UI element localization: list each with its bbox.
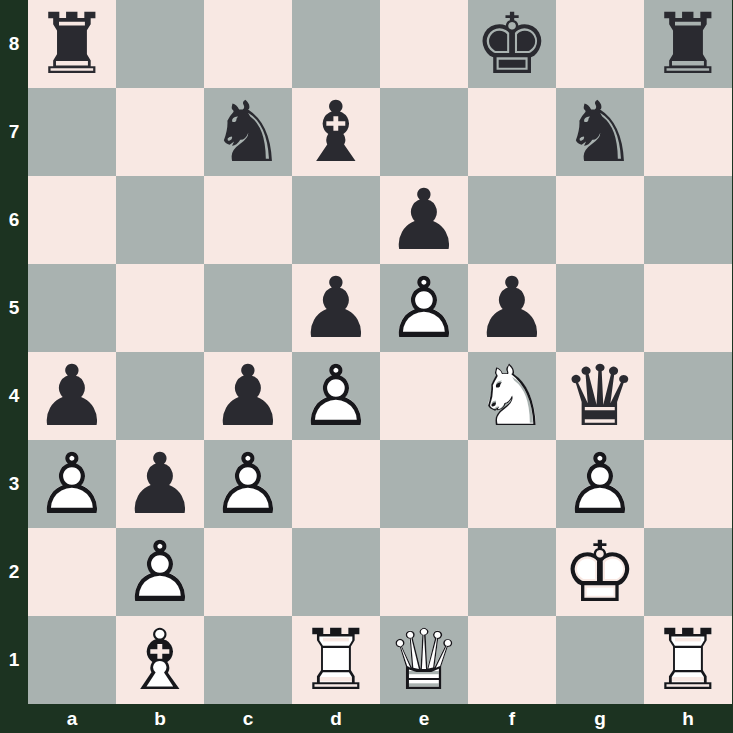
pawn-glyph: ♟ [116,440,204,528]
file-label-e: e [380,704,468,733]
square-e8[interactable] [380,0,468,88]
rook-glyph: ♜ [644,0,732,88]
piece-black-bishop[interactable]: ♝ [292,88,380,176]
queen-glyph: ♛ [556,352,644,440]
square-d7[interactable]: ♝ [292,88,380,176]
bishop-glyph: ♝ [292,88,380,176]
knight-glyph: ♞ [204,88,292,176]
square-a4[interactable]: ♟ [28,352,116,440]
pawn-outline-glyph: ♙ [116,528,204,616]
pawn-outline-glyph: ♙ [380,264,468,352]
square-e6[interactable]: ♟ [380,176,468,264]
piece-white-pawn[interactable]: ♟♙ [28,440,116,528]
square-g6[interactable] [556,176,644,264]
square-f3[interactable] [468,440,556,528]
queen-outline-glyph: ♕ [380,616,468,704]
square-f5[interactable]: ♟ [468,264,556,352]
square-d1[interactable]: ♜♖ [292,616,380,704]
chess-diagram: 87654321 ♜♚♜♞♝♞♟♟♟♙♟♟♟♟♙♞♘♛♟♙♟♟♙♟♙♟♙♚♔♝♗… [0,0,733,733]
piece-white-rook[interactable]: ♜♖ [292,616,380,704]
pawn-glyph: ♟ [204,352,292,440]
piece-white-pawn[interactable]: ♟♙ [380,264,468,352]
knight-glyph: ♞ [556,88,644,176]
square-a6[interactable] [28,176,116,264]
file-label-a: a [28,704,116,733]
piece-black-pawn[interactable]: ♟ [292,264,380,352]
square-c7[interactable]: ♞ [204,88,292,176]
square-h3[interactable] [644,440,732,528]
file-label-f: f [468,704,556,733]
square-c8[interactable] [204,0,292,88]
king-glyph: ♚ [468,0,556,88]
file-label-h: h [644,704,732,733]
piece-black-knight[interactable]: ♞ [204,88,292,176]
square-e4[interactable] [380,352,468,440]
rank-label-2: 2 [0,528,28,616]
square-a7[interactable] [28,88,116,176]
square-d4[interactable]: ♟♙ [292,352,380,440]
piece-white-knight[interactable]: ♞♘ [468,352,556,440]
piece-white-pawn[interactable]: ♟♙ [556,440,644,528]
king-outline-glyph: ♔ [556,528,644,616]
square-d8[interactable] [292,0,380,88]
file-label-g: g [556,704,644,733]
square-f7[interactable] [468,88,556,176]
board: ♜♚♜♞♝♞♟♟♟♙♟♟♟♟♙♞♘♛♟♙♟♟♙♟♙♟♙♚♔♝♗♜♖♛♕♜♖ [28,0,732,704]
piece-white-pawn[interactable]: ♟♙ [116,528,204,616]
pawn-outline-glyph: ♙ [292,352,380,440]
rank-label-8: 8 [0,0,28,88]
rook-glyph: ♜ [28,0,116,88]
piece-white-king[interactable]: ♚♔ [556,528,644,616]
piece-white-pawn[interactable]: ♟♙ [204,440,292,528]
square-e1[interactable]: ♛♕ [380,616,468,704]
rook-outline-glyph: ♖ [644,616,732,704]
square-b3[interactable]: ♟ [116,440,204,528]
square-g2[interactable]: ♚♔ [556,528,644,616]
piece-black-pawn[interactable]: ♟ [116,440,204,528]
piece-black-queen[interactable]: ♛ [556,352,644,440]
piece-black-pawn[interactable]: ♟ [204,352,292,440]
rank-label-1: 1 [0,616,28,704]
pawn-glyph: ♟ [292,264,380,352]
square-f8[interactable]: ♚ [468,0,556,88]
square-e3[interactable] [380,440,468,528]
square-g4[interactable]: ♛ [556,352,644,440]
square-b5[interactable] [116,264,204,352]
piece-black-pawn[interactable]: ♟ [28,352,116,440]
square-g5[interactable] [556,264,644,352]
square-a3[interactable]: ♟♙ [28,440,116,528]
file-label-b: b [116,704,204,733]
square-d5[interactable]: ♟ [292,264,380,352]
pawn-glyph: ♟ [468,264,556,352]
square-c1[interactable] [204,616,292,704]
square-h4[interactable] [644,352,732,440]
file-label-d: d [292,704,380,733]
piece-white-pawn[interactable]: ♟♙ [292,352,380,440]
square-b8[interactable] [116,0,204,88]
rank-label-4: 4 [0,352,28,440]
rank-label-7: 7 [0,88,28,176]
square-e7[interactable] [380,88,468,176]
pawn-glyph: ♟ [28,352,116,440]
file-label-c: c [204,704,292,733]
square-h7[interactable] [644,88,732,176]
square-h1[interactable]: ♜♖ [644,616,732,704]
square-b6[interactable] [116,176,204,264]
rank-label-5: 5 [0,264,28,352]
square-g8[interactable] [556,0,644,88]
square-c4[interactable]: ♟ [204,352,292,440]
square-d3[interactable] [292,440,380,528]
square-a8[interactable]: ♜ [28,0,116,88]
square-h2[interactable] [644,528,732,616]
pawn-outline-glyph: ♙ [556,440,644,528]
rank-label-6: 6 [0,176,28,264]
piece-white-bishop[interactable]: ♝♗ [116,616,204,704]
square-a5[interactable] [28,264,116,352]
square-b4[interactable] [116,352,204,440]
rook-outline-glyph: ♖ [292,616,380,704]
piece-black-pawn[interactable]: ♟ [380,176,468,264]
square-h8[interactable]: ♜ [644,0,732,88]
piece-black-pawn[interactable]: ♟ [468,264,556,352]
square-b2[interactable]: ♟♙ [116,528,204,616]
square-a2[interactable] [28,528,116,616]
square-f2[interactable] [468,528,556,616]
square-c5[interactable] [204,264,292,352]
square-e5[interactable]: ♟♙ [380,264,468,352]
square-c2[interactable] [204,528,292,616]
piece-white-queen[interactable]: ♛♕ [380,616,468,704]
pawn-glyph: ♟ [380,176,468,264]
piece-black-knight[interactable]: ♞ [556,88,644,176]
square-f4[interactable]: ♞♘ [468,352,556,440]
square-b7[interactable] [116,88,204,176]
square-c6[interactable] [204,176,292,264]
pawn-outline-glyph: ♙ [204,440,292,528]
pawn-outline-glyph: ♙ [28,440,116,528]
piece-white-rook[interactable]: ♜♖ [644,616,732,704]
file-labels: abcdefgh [28,704,732,733]
piece-black-king[interactable]: ♚ [468,0,556,88]
piece-black-rook[interactable]: ♜ [28,0,116,88]
square-a1[interactable] [28,616,116,704]
rank-labels: 87654321 [0,0,28,704]
knight-outline-glyph: ♘ [468,352,556,440]
piece-black-rook[interactable]: ♜ [644,0,732,88]
square-e2[interactable] [380,528,468,616]
square-g3[interactable]: ♟♙ [556,440,644,528]
square-f6[interactable] [468,176,556,264]
square-g1[interactable] [556,616,644,704]
square-f1[interactable] [468,616,556,704]
square-h6[interactable] [644,176,732,264]
bishop-outline-glyph: ♗ [116,616,204,704]
square-d2[interactable] [292,528,380,616]
square-d6[interactable] [292,176,380,264]
square-b1[interactable]: ♝♗ [116,616,204,704]
square-h5[interactable] [644,264,732,352]
rank-label-3: 3 [0,440,28,528]
square-c3[interactable]: ♟♙ [204,440,292,528]
square-g7[interactable]: ♞ [556,88,644,176]
